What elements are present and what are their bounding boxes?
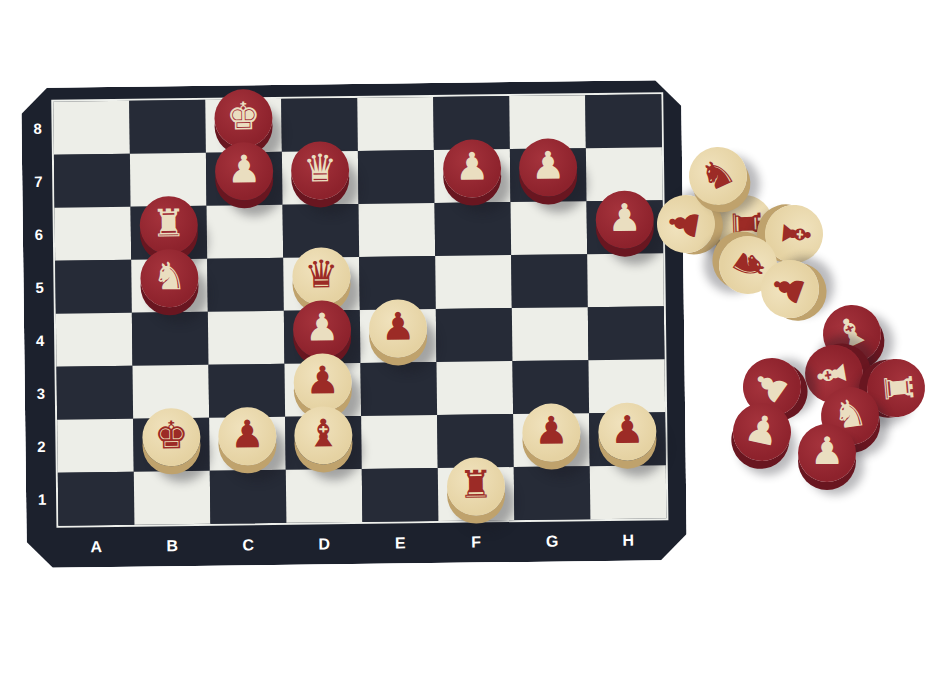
piece-black-knight[interactable]: ♞: [140, 249, 199, 308]
king-icon: ♚: [154, 416, 189, 454]
piece-white-pawn[interactable]: ♟: [598, 402, 657, 461]
piece-white-pawn[interactable]: ♟: [218, 407, 277, 466]
piece-white-pawn[interactable]: ♟: [522, 403, 581, 462]
file-label-f: F: [439, 530, 515, 555]
piece-black-rook[interactable]: ♜: [139, 196, 198, 255]
file-label-d: D: [287, 532, 363, 557]
piece-black-pawn[interactable]: ♟: [215, 142, 274, 201]
rank-label-1: 1: [32, 473, 53, 526]
rook-icon: ♜: [151, 204, 186, 242]
rank-label-5: 5: [29, 261, 50, 314]
rook-icon: ♜: [459, 465, 494, 503]
rank-label-6: 6: [29, 208, 50, 261]
queen-icon: ♛: [304, 255, 339, 293]
file-label-c: C: [211, 533, 287, 558]
pawn-icon: ♟: [227, 150, 262, 188]
piece-black-pawn[interactable]: ♟: [798, 424, 856, 482]
pawn-icon: ♟: [455, 147, 490, 185]
file-label-e: E: [363, 531, 439, 556]
pawn-icon: ♟: [810, 432, 844, 470]
rank-label-4: 4: [30, 314, 51, 367]
file-label-g: G: [515, 529, 591, 554]
piece-black-king[interactable]: ♚: [214, 89, 273, 148]
pawn-icon: ♟: [607, 198, 642, 236]
king-icon: ♚: [226, 97, 261, 135]
piece-black-pawn[interactable]: ♟: [443, 139, 502, 198]
piece-white-king[interactable]: ♚: [142, 408, 201, 467]
file-label-h: H: [591, 528, 667, 553]
board-pieces: ♚♟♛♟♟♜♟♞♛♟♟♟♚♟♝♟♟♜: [53, 94, 666, 525]
knight-icon: ♞: [694, 150, 741, 199]
rank-label-3: 3: [31, 367, 52, 420]
rook-icon: ♜: [878, 369, 919, 406]
photo-scene: 87654321 ABCDEFGH ♚♟♛♟♟♜♟♞♛♟♟♟♚♟♝♟♟♜ ♜♟♝…: [0, 0, 928, 686]
pawn-icon: ♟: [305, 361, 340, 399]
piece-white-queen[interactable]: ♛: [292, 247, 351, 306]
file-labels: ABCDEFGH: [21, 80, 681, 88]
pawn-icon: ♟: [305, 308, 340, 346]
rank-label-2: 2: [31, 420, 52, 473]
bishop-icon: ♝: [776, 216, 817, 253]
pawn-icon: ♟: [662, 204, 705, 244]
file-label-b: B: [135, 534, 211, 559]
piece-black-pawn[interactable]: ♟: [293, 300, 352, 359]
chess-board: 87654321 ABCDEFGH ♚♟♛♟♟♜♟♞♛♟♟♟♚♟♝♟♟♜: [21, 80, 687, 568]
file-label-a: A: [59, 535, 135, 560]
pawn-icon: ♟: [534, 411, 569, 449]
rank-label-7: 7: [28, 155, 49, 208]
pawn-icon: ♟: [230, 415, 265, 453]
pawn-icon: ♟: [742, 408, 783, 452]
pawn-icon: ♟: [531, 146, 566, 184]
piece-white-rook[interactable]: ♜: [447, 457, 506, 516]
piece-white-pawn[interactable]: ♟: [293, 353, 352, 412]
pawn-icon: ♟: [610, 410, 645, 448]
piece-black-queen[interactable]: ♛: [291, 141, 350, 200]
piece-white-pawn[interactable]: ♟: [369, 299, 428, 358]
piece-white-bishop[interactable]: ♝: [294, 406, 353, 465]
rank-labels: 87654321: [21, 80, 681, 88]
pawn-icon: ♟: [381, 307, 416, 345]
queen-icon: ♛: [303, 149, 338, 187]
pawn-icon: ♟: [764, 266, 811, 311]
bishop-icon: ♝: [306, 414, 341, 452]
knight-icon: ♞: [152, 257, 187, 295]
rank-label-8: 8: [27, 102, 48, 155]
piece-black-pawn[interactable]: ♟: [595, 190, 654, 249]
piece-black-pawn[interactable]: ♟: [519, 138, 578, 197]
